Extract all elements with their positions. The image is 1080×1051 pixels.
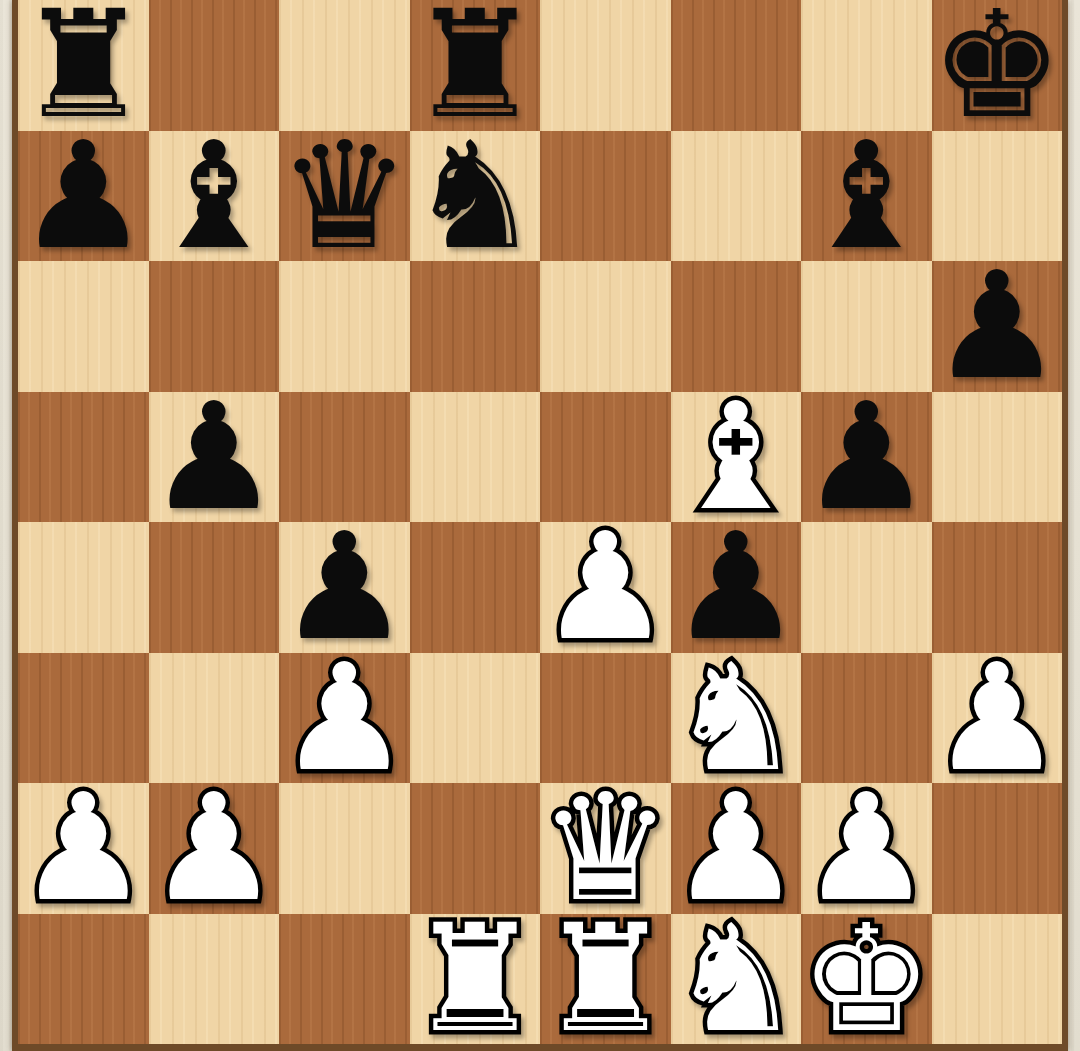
- white-pawn[interactable]: ♟: [279, 653, 410, 784]
- square-h3[interactable]: ♟: [932, 653, 1063, 784]
- square-g2[interactable]: ♟: [801, 783, 932, 914]
- square-b1[interactable]: [149, 914, 280, 1045]
- black-pawn[interactable]: ♟: [671, 522, 802, 653]
- square-d7[interactable]: ♞: [410, 131, 541, 262]
- square-f2[interactable]: ♟: [671, 783, 802, 914]
- black-pawn[interactable]: ♟: [18, 131, 149, 262]
- square-c7[interactable]: ♛: [279, 131, 410, 262]
- square-f3[interactable]: ♞: [671, 653, 802, 784]
- white-pawn[interactable]: ♟: [671, 783, 802, 914]
- square-a6[interactable]: [18, 261, 149, 392]
- square-c5[interactable]: [279, 392, 410, 523]
- black-pawn[interactable]: ♟: [279, 522, 410, 653]
- square-g4[interactable]: [801, 522, 932, 653]
- white-pawn[interactable]: ♟: [801, 783, 932, 914]
- chess-board[interactable]: ♜♜♚♟♝♛♞♝♟♟♝♟♟♟♟♟♞♟♟♟♛♟♟♜♜♞♚: [18, 0, 1062, 1044]
- square-g7[interactable]: ♝: [801, 131, 932, 262]
- square-e6[interactable]: [540, 261, 671, 392]
- square-f1[interactable]: ♞: [671, 914, 802, 1045]
- black-pawn[interactable]: ♟: [801, 392, 932, 523]
- white-pawn[interactable]: ♟: [540, 522, 671, 653]
- square-a4[interactable]: [18, 522, 149, 653]
- black-king[interactable]: ♚: [932, 0, 1063, 131]
- square-f8[interactable]: [671, 0, 802, 131]
- square-f6[interactable]: [671, 261, 802, 392]
- square-g3[interactable]: [801, 653, 932, 784]
- square-h2[interactable]: [932, 783, 1063, 914]
- square-b5[interactable]: ♟: [149, 392, 280, 523]
- square-e7[interactable]: [540, 131, 671, 262]
- black-rook[interactable]: ♜: [18, 0, 149, 131]
- square-e3[interactable]: [540, 653, 671, 784]
- square-d8[interactable]: ♜: [410, 0, 541, 131]
- square-d4[interactable]: [410, 522, 541, 653]
- white-bishop[interactable]: ♝: [671, 392, 802, 523]
- square-h8[interactable]: ♚: [932, 0, 1063, 131]
- square-a5[interactable]: [18, 392, 149, 523]
- white-pawn[interactable]: ♟: [149, 783, 280, 914]
- square-a7[interactable]: ♟: [18, 131, 149, 262]
- square-e2[interactable]: ♛: [540, 783, 671, 914]
- square-c1[interactable]: [279, 914, 410, 1045]
- square-c4[interactable]: ♟: [279, 522, 410, 653]
- square-b3[interactable]: [149, 653, 280, 784]
- white-pawn[interactable]: ♟: [932, 653, 1063, 784]
- square-d5[interactable]: [410, 392, 541, 523]
- square-c2[interactable]: [279, 783, 410, 914]
- square-a2[interactable]: ♟: [18, 783, 149, 914]
- white-pawn[interactable]: ♟: [18, 783, 149, 914]
- square-d3[interactable]: [410, 653, 541, 784]
- square-e8[interactable]: [540, 0, 671, 131]
- square-f5[interactable]: ♝: [671, 392, 802, 523]
- square-b7[interactable]: ♝: [149, 131, 280, 262]
- square-f4[interactable]: ♟: [671, 522, 802, 653]
- black-pawn[interactable]: ♟: [149, 392, 280, 523]
- black-pawn[interactable]: ♟: [932, 261, 1063, 392]
- square-a3[interactable]: [18, 653, 149, 784]
- square-e5[interactable]: [540, 392, 671, 523]
- square-g8[interactable]: [801, 0, 932, 131]
- white-queen[interactable]: ♛: [540, 783, 671, 914]
- square-b2[interactable]: ♟: [149, 783, 280, 914]
- chess-board-frame: ♜♜♚♟♝♛♞♝♟♟♝♟♟♟♟♟♞♟♟♟♛♟♟♜♜♞♚: [12, 0, 1068, 1051]
- white-rook[interactable]: ♜: [410, 914, 541, 1045]
- square-g5[interactable]: ♟: [801, 392, 932, 523]
- square-c6[interactable]: [279, 261, 410, 392]
- square-h7[interactable]: [932, 131, 1063, 262]
- square-a1[interactable]: [18, 914, 149, 1045]
- square-g1[interactable]: ♚: [801, 914, 932, 1045]
- square-c3[interactable]: ♟: [279, 653, 410, 784]
- black-bishop[interactable]: ♝: [801, 131, 932, 262]
- square-b6[interactable]: [149, 261, 280, 392]
- black-knight[interactable]: ♞: [410, 131, 541, 262]
- white-rook[interactable]: ♜: [540, 914, 671, 1045]
- black-queen[interactable]: ♛: [279, 131, 410, 262]
- square-h1[interactable]: [932, 914, 1063, 1045]
- square-h6[interactable]: ♟: [932, 261, 1063, 392]
- square-h5[interactable]: [932, 392, 1063, 523]
- square-g6[interactable]: [801, 261, 932, 392]
- square-e1[interactable]: ♜: [540, 914, 671, 1045]
- square-d1[interactable]: ♜: [410, 914, 541, 1045]
- square-a8[interactable]: ♜: [18, 0, 149, 131]
- white-knight[interactable]: ♞: [671, 653, 802, 784]
- page-background: ♜♜♚♟♝♛♞♝♟♟♝♟♟♟♟♟♞♟♟♟♛♟♟♜♜♞♚: [0, 0, 1080, 1051]
- square-f7[interactable]: [671, 131, 802, 262]
- square-b4[interactable]: [149, 522, 280, 653]
- square-b8[interactable]: [149, 0, 280, 131]
- square-d6[interactable]: [410, 261, 541, 392]
- black-bishop[interactable]: ♝: [149, 131, 280, 262]
- white-knight[interactable]: ♞: [671, 914, 802, 1045]
- black-rook[interactable]: ♜: [410, 0, 541, 131]
- square-h4[interactable]: [932, 522, 1063, 653]
- square-e4[interactable]: ♟: [540, 522, 671, 653]
- square-c8[interactable]: [279, 0, 410, 131]
- square-d2[interactable]: [410, 783, 541, 914]
- white-king[interactable]: ♚: [801, 914, 932, 1045]
